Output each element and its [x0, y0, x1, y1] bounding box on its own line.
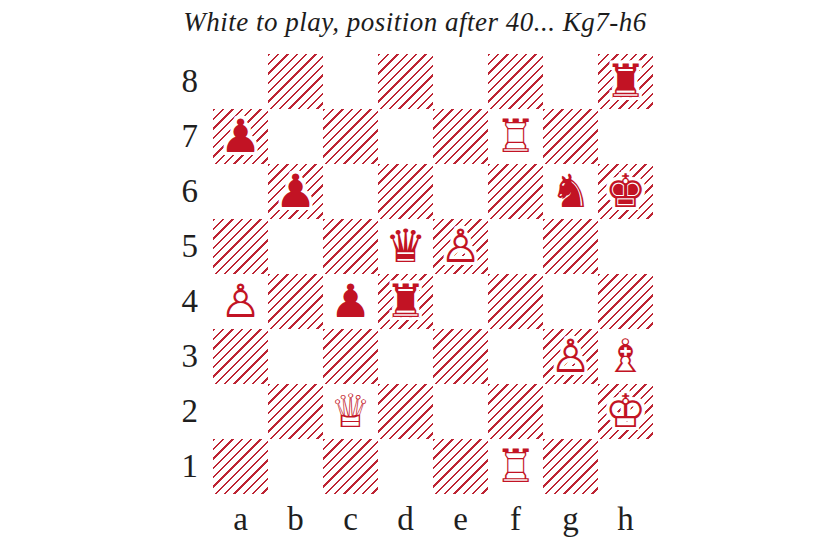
square-b5: [268, 219, 323, 274]
black-pawn-a7: ♟: [220, 109, 261, 164]
square-h7: [598, 109, 653, 164]
rank-label-7: 7: [177, 109, 213, 164]
rank-label-6: 6: [177, 164, 213, 219]
square-d1: [378, 439, 433, 494]
file-labels: abcdefgh: [213, 494, 653, 540]
square-g3: ♙: [543, 329, 598, 384]
rank-label-3: 3: [177, 329, 213, 384]
square-b1: [268, 439, 323, 494]
square-d4: ♜: [378, 274, 433, 329]
square-e3: [433, 329, 488, 384]
white-pawn-g3: ♙: [550, 329, 591, 384]
rank-labels: 87654321: [177, 54, 213, 494]
square-g5: [543, 219, 598, 274]
square-c2: ♕: [323, 384, 378, 439]
file-label-a: a: [213, 494, 268, 540]
square-h1: [598, 439, 653, 494]
black-rook-d4: ♜: [385, 274, 426, 329]
white-king-h2: ♔: [605, 384, 646, 439]
square-e2: [433, 384, 488, 439]
square-e7: [433, 109, 488, 164]
rank-label-1: 1: [177, 439, 213, 494]
rank-label-5: 5: [177, 219, 213, 274]
white-queen-c2: ♕: [330, 384, 371, 439]
white-bishop-h3: ♗: [605, 329, 646, 384]
black-queen-d5: ♛: [385, 219, 426, 274]
square-b3: [268, 329, 323, 384]
square-h2: ♔: [598, 384, 653, 439]
square-f8: [488, 54, 543, 109]
file-label-b: b: [268, 494, 323, 540]
diagram-caption: White to play, position after 40... Kg7-…: [183, 5, 646, 39]
square-a1: [213, 439, 268, 494]
square-f2: [488, 384, 543, 439]
square-a4: ♙: [213, 274, 268, 329]
square-f7: ♖: [488, 109, 543, 164]
chess-board: ♜♟♖♟♞♚♛♙♙♟♜♙♗♕♔♖: [213, 54, 653, 494]
square-c1: [323, 439, 378, 494]
square-f3: [488, 329, 543, 384]
chess-diagram-page: White to play, position after 40... Kg7-…: [0, 0, 830, 550]
black-king-h6: ♚: [605, 164, 646, 219]
square-a7: ♟: [213, 109, 268, 164]
file-label-e: e: [433, 494, 488, 540]
square-c8: [323, 54, 378, 109]
square-g7: [543, 109, 598, 164]
chess-diagram: 87654321 ♜♟♖♟♞♚♛♙♙♟♜♙♗♕♔♖ abcdefgh: [177, 54, 653, 540]
square-a3: [213, 329, 268, 384]
square-b8: [268, 54, 323, 109]
square-h3: ♗: [598, 329, 653, 384]
square-g1: [543, 439, 598, 494]
square-b6: ♟: [268, 164, 323, 219]
file-label-f: f: [488, 494, 543, 540]
square-e1: [433, 439, 488, 494]
square-d5: ♛: [378, 219, 433, 274]
white-pawn-e5: ♙: [440, 219, 481, 274]
square-h6: ♚: [598, 164, 653, 219]
square-b2: [268, 384, 323, 439]
black-rook-h8: ♜: [605, 54, 646, 109]
black-pawn-c4: ♟: [330, 274, 371, 329]
square-d3: [378, 329, 433, 384]
square-d7: [378, 109, 433, 164]
black-knight-g6: ♞: [550, 164, 591, 219]
square-h8: ♜: [598, 54, 653, 109]
file-label-h: h: [598, 494, 653, 540]
square-c7: [323, 109, 378, 164]
white-rook-f1: ♖: [495, 439, 536, 494]
square-g8: [543, 54, 598, 109]
square-d2: [378, 384, 433, 439]
square-a2: [213, 384, 268, 439]
square-h4: [598, 274, 653, 329]
square-a6: [213, 164, 268, 219]
square-e8: [433, 54, 488, 109]
square-d6: [378, 164, 433, 219]
file-label-g: g: [543, 494, 598, 540]
square-f5: [488, 219, 543, 274]
square-c6: [323, 164, 378, 219]
rank-label-4: 4: [177, 274, 213, 329]
square-c4: ♟: [323, 274, 378, 329]
square-a8: [213, 54, 268, 109]
white-pawn-a4: ♙: [220, 274, 261, 329]
square-e5: ♙: [433, 219, 488, 274]
square-g4: [543, 274, 598, 329]
black-pawn-b6: ♟: [275, 164, 316, 219]
square-a5: [213, 219, 268, 274]
square-f1: ♖: [488, 439, 543, 494]
square-h5: [598, 219, 653, 274]
rank-label-2: 2: [177, 384, 213, 439]
square-g2: [543, 384, 598, 439]
white-rook-f7: ♖: [495, 109, 536, 164]
file-label-c: c: [323, 494, 378, 540]
square-e6: [433, 164, 488, 219]
square-e4: [433, 274, 488, 329]
square-d8: [378, 54, 433, 109]
rank-label-8: 8: [177, 54, 213, 109]
square-f6: [488, 164, 543, 219]
square-b4: [268, 274, 323, 329]
square-c5: [323, 219, 378, 274]
file-label-d: d: [378, 494, 433, 540]
square-b7: [268, 109, 323, 164]
square-c3: [323, 329, 378, 384]
square-g6: ♞: [543, 164, 598, 219]
square-f4: [488, 274, 543, 329]
